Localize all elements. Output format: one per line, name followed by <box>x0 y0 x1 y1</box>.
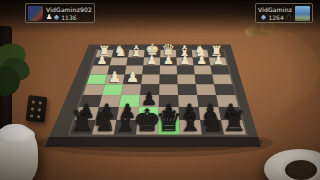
square-d5[interactable] <box>159 84 178 95</box>
square-e4[interactable] <box>141 75 160 85</box>
square-c5[interactable] <box>178 84 198 95</box>
piece-white-bishop-f1[interactable]: ♝ <box>128 44 144 58</box>
player-badge-white: VidGaminz902 ♟ 1136 <box>25 3 95 23</box>
piece-white-pawn-c2[interactable]: ♟ <box>178 54 191 66</box>
piece-white-pawn-f4[interactable]: ♟ <box>124 70 140 85</box>
avatar-black-player <box>295 6 310 21</box>
avatar-white-player <box>28 6 43 21</box>
game-scene: ♜♞♝♚♛♝♞♜♟♟♟♟♟♟♟♟♟♟♟♟♟♟♟♟♜♞♝♚♛♝♞♜ VidGami… <box>0 0 320 180</box>
piece-white-pawn-e2[interactable]: ♟ <box>145 54 158 66</box>
board-frame-edge <box>45 137 261 147</box>
blue-gem-icon <box>54 14 60 20</box>
square-h4[interactable] <box>87 75 108 85</box>
black-player-rating: 1264 <box>268 14 283 21</box>
square-b4[interactable] <box>195 75 214 85</box>
square-a5[interactable] <box>214 84 235 95</box>
square-h5[interactable] <box>83 84 105 95</box>
white-player-rating: 1136 <box>61 14 76 21</box>
white-pawn-icon: ♟ <box>46 14 52 21</box>
white-player-name: VidGaminz902 <box>46 6 92 13</box>
black-pawn-icon: ♟ <box>286 14 292 21</box>
piece-black-rook-a8[interactable]: ♜ <box>219 108 250 136</box>
piece-white-pawn-h2[interactable]: ♟ <box>95 54 108 66</box>
square-a4[interactable] <box>212 75 232 85</box>
piece-white-pawn-d2[interactable]: ♟ <box>162 54 175 66</box>
piece-white-pawn-g4[interactable]: ♟ <box>106 70 122 85</box>
piece-white-pawn-b2[interactable]: ♟ <box>195 54 208 66</box>
square-d4[interactable] <box>159 75 177 85</box>
piece-white-knight-g1[interactable]: ♞ <box>112 44 128 58</box>
piece-white-pawn-a2[interactable]: ♟ <box>212 54 225 66</box>
player-badge-black: VidGaminz 1264 ♟ <box>255 3 313 23</box>
square-b5[interactable] <box>196 84 216 95</box>
blue-gem-icon <box>261 14 267 20</box>
chess-board[interactable] <box>0 0 320 180</box>
black-player-name: VidGaminz <box>258 6 292 13</box>
square-c4[interactable] <box>177 75 196 85</box>
square-g5[interactable] <box>102 84 123 95</box>
